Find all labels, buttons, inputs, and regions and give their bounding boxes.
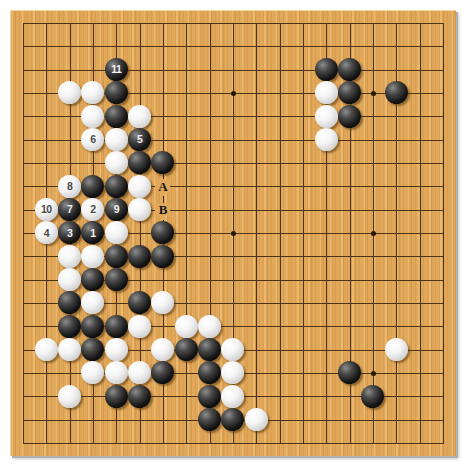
move-number: 2 [90, 204, 95, 215]
stone-white [175, 315, 198, 338]
stone-black [128, 385, 151, 408]
stone-black [81, 175, 104, 198]
stone-white [105, 361, 128, 384]
move-number: 7 [67, 204, 72, 215]
stone-black [105, 315, 128, 338]
stone-white [58, 81, 81, 104]
stone-white [58, 245, 81, 268]
stone-black [105, 268, 128, 291]
stone-white [221, 361, 244, 384]
stone-black [175, 338, 198, 361]
stone-black [128, 245, 151, 268]
stone-black [385, 81, 408, 104]
move-number: 10 [41, 204, 52, 215]
stone-white [58, 385, 81, 408]
stone-black [151, 221, 174, 244]
stone-white [81, 245, 104, 268]
move-number: 6 [90, 134, 95, 145]
stone-black [151, 361, 174, 384]
stone-black: 7 [58, 198, 81, 221]
move-number: 1 [90, 228, 95, 239]
star-point [371, 91, 376, 96]
stone-white: 6 [81, 128, 104, 151]
stone-white [81, 361, 104, 384]
stone-black [58, 291, 81, 314]
grid-line-vertical [280, 23, 281, 444]
stone-black [338, 81, 361, 104]
stone-white [128, 361, 151, 384]
grid-line-vertical [420, 23, 421, 444]
stone-black [105, 105, 128, 128]
stone-white [128, 198, 151, 221]
stone-white [58, 338, 81, 361]
stone-white [198, 315, 221, 338]
stone-black [221, 408, 244, 431]
stone-black [315, 58, 338, 81]
stone-white [128, 175, 151, 198]
stone-white [128, 105, 151, 128]
stone-black: 1 [81, 221, 104, 244]
move-number: 8 [67, 181, 72, 192]
stone-white [315, 105, 338, 128]
stone-white [81, 81, 104, 104]
grid-line-vertical [303, 23, 304, 444]
stone-black [105, 175, 128, 198]
stone-black [361, 385, 384, 408]
stone-black [151, 245, 174, 268]
go-diagram: 1165810729431AB [0, 0, 466, 466]
stone-white [315, 81, 338, 104]
stone-white [128, 315, 151, 338]
stone-white [58, 268, 81, 291]
stone-white: 4 [35, 221, 58, 244]
stone-black [128, 291, 151, 314]
stone-black: 3 [58, 221, 81, 244]
stone-white: 10 [35, 198, 58, 221]
stone-white [81, 105, 104, 128]
stone-black [338, 105, 361, 128]
stone-black [105, 245, 128, 268]
stone-black: 5 [128, 128, 151, 151]
stone-white [221, 385, 244, 408]
move-number: 3 [67, 228, 72, 239]
stone-black [198, 338, 221, 361]
star-point [371, 231, 376, 236]
stone-white [105, 338, 128, 361]
stone-black [81, 268, 104, 291]
stone-white [105, 221, 128, 244]
stone-white [151, 338, 174, 361]
stone-black [128, 151, 151, 174]
stone-black [105, 81, 128, 104]
stone-black [81, 315, 104, 338]
stone-black [58, 315, 81, 338]
stone-white [81, 291, 104, 314]
grid-line-horizontal [23, 443, 444, 444]
stone-black: 11 [105, 58, 128, 81]
stone-white [385, 338, 408, 361]
grid-line-vertical [443, 23, 444, 444]
stone-black: 9 [105, 198, 128, 221]
star-point [231, 231, 236, 236]
letter-marker-a[interactable]: A [155, 180, 170, 193]
stone-black [338, 361, 361, 384]
stone-white [35, 338, 58, 361]
move-number: 5 [137, 134, 142, 145]
star-point [371, 371, 376, 376]
stone-white: 2 [81, 198, 104, 221]
stone-black [105, 385, 128, 408]
goban-board[interactable]: 1165810729431AB [10, 10, 456, 456]
stone-black [198, 361, 221, 384]
stone-black [151, 151, 174, 174]
stone-black [198, 408, 221, 431]
stone-white [221, 338, 244, 361]
stone-white [315, 128, 338, 151]
star-point [231, 91, 236, 96]
stone-white [245, 408, 268, 431]
stone-white [151, 291, 174, 314]
letter-marker-b[interactable]: B [155, 203, 170, 216]
stone-black [338, 58, 361, 81]
stone-black [198, 385, 221, 408]
stone-white [105, 151, 128, 174]
stone-white [105, 128, 128, 151]
stone-black [81, 338, 104, 361]
move-number: 9 [114, 204, 119, 215]
move-number: 4 [44, 228, 49, 239]
grid-line-vertical [256, 23, 257, 444]
stone-white: 8 [58, 175, 81, 198]
move-number: 11 [111, 64, 121, 75]
